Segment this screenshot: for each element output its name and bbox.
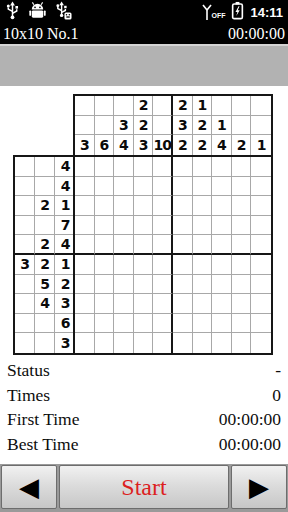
nonogram-board: 2213232136431022421 4421724321524363 (13, 94, 277, 356)
row-clue-cell: 4 (55, 177, 75, 197)
col-clue-cell (114, 96, 134, 116)
col-clue-cell (75, 96, 95, 116)
grid-cell[interactable] (232, 177, 252, 197)
col-clue-cell: 4 (212, 135, 232, 155)
row-clue-cell (35, 314, 55, 334)
col-clue-cell: 6 (95, 135, 115, 155)
first-time-row: First Time 00:00:00 (7, 407, 281, 432)
grid-cell[interactable] (212, 314, 232, 334)
grid-cell[interactable] (114, 255, 134, 275)
grid-cell[interactable] (212, 294, 232, 314)
grid-cell[interactable] (173, 294, 193, 314)
col-clue-cell: 3 (134, 135, 154, 155)
radio-off-label: OFF (211, 12, 225, 19)
grid-cell[interactable] (95, 216, 115, 236)
grid-cell[interactable] (232, 216, 252, 236)
grid-cell[interactable] (193, 275, 213, 295)
col-clue-cell: 2 (193, 135, 213, 155)
grid-cell[interactable] (153, 314, 173, 334)
grid-cell[interactable] (153, 255, 173, 275)
grid-cell[interactable] (75, 275, 95, 295)
col-clue-cell: 2 (134, 96, 154, 116)
status-bar: OFF 14:11 (0, 0, 288, 24)
grid-cell[interactable] (173, 196, 193, 216)
row-clue-cell: 6 (55, 314, 75, 334)
grid-cell[interactable] (193, 314, 213, 334)
times-label: Times (7, 383, 50, 408)
grid-cell[interactable] (193, 216, 213, 236)
grid-cell[interactable] (95, 235, 115, 255)
next-puzzle-button[interactable]: ▶ (231, 465, 287, 509)
grid-cell[interactable] (153, 275, 173, 295)
grid-cell[interactable] (153, 216, 173, 236)
row-clue-cell: 1 (55, 255, 75, 275)
col-clue-cell (251, 116, 271, 136)
grid-cell[interactable] (114, 333, 134, 353)
info-panel: Status - Times 0 First Time 00:00:00 Bes… (0, 358, 288, 456)
col-clue-cell: 1 (251, 135, 271, 155)
grid-cell[interactable] (153, 333, 173, 353)
grid-cell[interactable] (75, 196, 95, 216)
grid-cell[interactable] (193, 157, 213, 177)
grid-cell[interactable] (173, 216, 193, 236)
grid-cell[interactable] (134, 177, 154, 197)
grid-cell[interactable] (134, 294, 154, 314)
col-clue-cell: 4 (114, 135, 134, 155)
row-clue-cell (15, 333, 35, 353)
times-row: Times 0 (7, 383, 281, 408)
status-row: Status - (7, 358, 281, 383)
grid-cell[interactable] (75, 235, 95, 255)
puzzle-grid[interactable] (73, 155, 273, 355)
grid-cell[interactable] (134, 255, 154, 275)
grid-cell[interactable] (153, 157, 173, 177)
best-time-row: Best Time 00:00:00 (7, 432, 281, 457)
grid-cell[interactable] (232, 333, 252, 353)
grid-cell[interactable] (95, 314, 115, 334)
grid-cell[interactable] (153, 235, 173, 255)
grid-cell[interactable] (75, 157, 95, 177)
row-clue-cell (15, 216, 35, 236)
grid-cell[interactable] (212, 275, 232, 295)
grid-cell[interactable] (173, 275, 193, 295)
grid-cell[interactable] (75, 333, 95, 353)
row-clue-cell (15, 235, 35, 255)
row-clue-cell: 5 (35, 275, 55, 295)
grid-cell[interactable] (173, 157, 193, 177)
col-clue-cell: 2 (173, 135, 193, 155)
col-clue-cell (212, 96, 232, 116)
grid-cell[interactable] (114, 157, 134, 177)
grid-cell[interactable] (251, 196, 271, 216)
grid-cell[interactable] (153, 196, 173, 216)
row-clues: 4421724321524363 (13, 155, 75, 355)
grid-cell[interactable] (75, 294, 95, 314)
grid-cell[interactable] (75, 216, 95, 236)
status-bar-left-icons (5, 1, 72, 24)
row-clue-cell (15, 275, 35, 295)
usb-debug-icon (55, 1, 72, 24)
grid-cell[interactable] (173, 255, 193, 275)
grid-cell[interactable] (95, 157, 115, 177)
col-clue-cell: 3 (114, 116, 134, 136)
grid-cell[interactable] (251, 275, 271, 295)
row-clue-cell: 2 (55, 275, 75, 295)
grid-cell[interactable] (95, 177, 115, 197)
row-clue-cell: 7 (55, 216, 75, 236)
col-clue-cell: 3 (75, 135, 95, 155)
row-clue-cell (35, 157, 55, 177)
grid-cell[interactable] (212, 333, 232, 353)
app-screen: { "game": "nonogram", "position": { "row… (0, 0, 288, 512)
row-clue-cell: 1 (55, 196, 75, 216)
grid-cell[interactable] (114, 275, 134, 295)
grid-cell[interactable] (193, 333, 213, 353)
grid-cell[interactable] (212, 255, 232, 275)
grid-cell[interactable] (212, 196, 232, 216)
col-clue-cell (95, 96, 115, 116)
col-clue-cell (232, 96, 252, 116)
grid-cell[interactable] (95, 294, 115, 314)
grid-cell[interactable] (114, 235, 134, 255)
status-bar-right: OFF 14:11 (202, 1, 283, 24)
grid-cell[interactable] (95, 196, 115, 216)
row-clue-cell: 2 (35, 196, 55, 216)
grid-cell[interactable] (134, 314, 154, 334)
right-arrow-icon: ▶ (249, 474, 269, 500)
col-clue-cell (232, 116, 252, 136)
grid-cell[interactable] (232, 294, 252, 314)
grid-cell[interactable] (134, 216, 154, 236)
grid-cell[interactable] (232, 255, 252, 275)
grid-cell[interactable] (193, 255, 213, 275)
grid-cell[interactable] (114, 196, 134, 216)
grid-cell[interactable] (173, 235, 193, 255)
col-clue-cell: 2 (134, 116, 154, 136)
grid-cell[interactable] (95, 333, 115, 353)
start-button-label: Start (121, 474, 166, 501)
grid-cell[interactable] (232, 157, 252, 177)
play-timer: 00:00:00 (228, 24, 285, 44)
row-clue-cell: 4 (55, 157, 75, 177)
prev-puzzle-button[interactable]: ◀ (1, 465, 57, 509)
grid-cell[interactable] (251, 177, 271, 197)
grid-cell[interactable] (193, 235, 213, 255)
radio-off-icon: OFF (202, 4, 225, 21)
first-time-label: First Time (7, 407, 79, 432)
grid-cell[interactable] (212, 216, 232, 236)
grid-cell[interactable] (95, 255, 115, 275)
col-clue-cell: 2 (193, 116, 213, 136)
grid-cell[interactable] (75, 177, 95, 197)
row-clue-cell: 2 (35, 235, 55, 255)
col-clue-cell: 1 (212, 116, 232, 136)
grid-cell[interactable] (134, 235, 154, 255)
battery-charging-icon (231, 1, 244, 24)
grid-cell[interactable] (251, 157, 271, 177)
row-clue-cell: 4 (55, 235, 75, 255)
row-clue-cell (15, 314, 35, 334)
grid-cell[interactable] (251, 314, 271, 334)
col-clue-cell (75, 116, 95, 136)
start-button[interactable]: Start (59, 465, 229, 509)
puzzle-title: 10x10 No.1 (3, 24, 79, 44)
column-clues: 2213232136431022421 (73, 94, 273, 155)
grid-cell[interactable] (212, 157, 232, 177)
col-clue-cell: 2 (173, 96, 193, 116)
row-clue-cell (15, 294, 35, 314)
grid-cell[interactable] (95, 275, 115, 295)
col-clue-cell: 3 (173, 116, 193, 136)
grid-cell[interactable] (134, 157, 154, 177)
grid-cell[interactable] (232, 235, 252, 255)
status-label: Status (7, 358, 50, 383)
grid-cell[interactable] (114, 314, 134, 334)
grid-cell[interactable] (114, 177, 134, 197)
grid-cell[interactable] (173, 177, 193, 197)
grid-cell[interactable] (212, 235, 232, 255)
android-icon (28, 1, 47, 24)
clock-text: 14:11 (250, 5, 283, 20)
best-time-label: Best Time (7, 432, 79, 457)
grid-cell[interactable] (134, 196, 154, 216)
grid-cell[interactable] (193, 294, 213, 314)
left-arrow-icon: ◀ (19, 474, 39, 500)
col-clue-cell (153, 116, 173, 136)
row-clue-cell: 4 (35, 294, 55, 314)
row-clue-cell: 3 (55, 294, 75, 314)
grid-cell[interactable] (134, 275, 154, 295)
grid-cell[interactable] (173, 333, 193, 353)
row-clue-cell (35, 333, 55, 353)
first-time-value: 00:00:00 (219, 407, 281, 432)
grid-cell[interactable] (114, 294, 134, 314)
grid-cell[interactable] (212, 177, 232, 197)
grid-cell[interactable] (232, 275, 252, 295)
grid-cell[interactable] (232, 314, 252, 334)
col-clue-cell: 10 (153, 135, 173, 155)
grid-cell[interactable] (75, 314, 95, 334)
row-clue-cell (15, 196, 35, 216)
grid-cell[interactable] (114, 216, 134, 236)
grid-cell[interactable] (153, 294, 173, 314)
grid-cell[interactable] (251, 216, 271, 236)
row-clue-cell: 3 (55, 333, 75, 353)
col-clue-cell (251, 96, 271, 116)
usb-icon (5, 1, 20, 24)
times-value: 0 (272, 383, 281, 408)
grid-cell[interactable] (153, 177, 173, 197)
grid-cell[interactable] (251, 294, 271, 314)
col-clue-cell: 1 (193, 96, 213, 116)
col-clue-cell (153, 96, 173, 116)
grid-cell[interactable] (232, 196, 252, 216)
row-clue-cell: 3 (15, 255, 35, 275)
status-value: - (275, 358, 281, 383)
grid-cell[interactable] (134, 333, 154, 353)
grid-cell[interactable] (75, 255, 95, 275)
gray-gap (0, 44, 288, 86)
grid-cell[interactable] (173, 314, 193, 334)
row-clue-cell (15, 177, 35, 197)
grid-cell[interactable] (193, 177, 213, 197)
row-clue-cell (15, 157, 35, 177)
col-clue-cell (95, 116, 115, 136)
title-bar: 10x10 No.1 00:00:00 (0, 24, 288, 44)
grid-cell[interactable] (251, 255, 271, 275)
row-clue-cell (35, 177, 55, 197)
best-time-value: 00:00:00 (219, 432, 281, 457)
row-clue-cell: 2 (35, 255, 55, 275)
col-clue-cell: 2 (232, 135, 252, 155)
grid-cell[interactable] (251, 235, 271, 255)
row-clue-cell (35, 216, 55, 236)
grid-cell[interactable] (193, 196, 213, 216)
bottom-toolbar: ◀ Start ▶ (0, 464, 288, 512)
grid-cell[interactable] (251, 333, 271, 353)
